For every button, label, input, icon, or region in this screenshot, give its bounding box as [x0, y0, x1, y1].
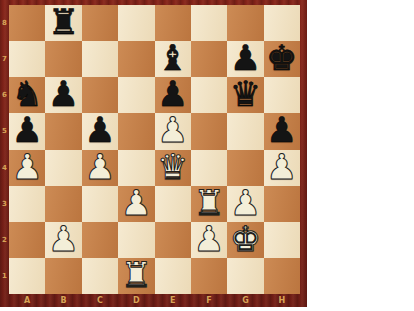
square-g5[interactable] [227, 113, 263, 149]
rank-labels: 87654321 [0, 5, 9, 294]
square-e6[interactable]: ♟ [155, 77, 191, 113]
white-rook[interactable]: ♜ [121, 257, 152, 293]
square-b8[interactable]: ♜ [45, 5, 81, 41]
square-e1[interactable] [155, 258, 191, 294]
square-e8[interactable] [155, 5, 191, 41]
white-pawn[interactable]: ♟ [121, 185, 152, 221]
square-a2[interactable] [9, 222, 45, 258]
square-e4[interactable]: ♛ [155, 150, 191, 186]
white-pawn[interactable]: ♟ [157, 112, 188, 148]
white-rook[interactable]: ♜ [193, 185, 224, 221]
black-pawn[interactable]: ♟ [230, 40, 261, 76]
square-d6[interactable] [118, 77, 154, 113]
square-d3[interactable]: ♟ [118, 186, 154, 222]
square-a7[interactable] [9, 41, 45, 77]
square-g1[interactable] [227, 258, 263, 294]
file-labels: ABCDEFGH [9, 294, 300, 307]
white-pawn[interactable]: ♟ [230, 185, 261, 221]
square-h1[interactable] [264, 258, 300, 294]
square-f3[interactable]: ♜ [191, 186, 227, 222]
square-c3[interactable] [82, 186, 118, 222]
square-f4[interactable] [191, 150, 227, 186]
square-f7[interactable] [191, 41, 227, 77]
black-knight[interactable]: ♞ [11, 76, 42, 112]
rank-label-5: 5 [0, 113, 9, 149]
square-a8[interactable] [9, 5, 45, 41]
square-a4[interactable]: ♟ [9, 150, 45, 186]
square-d2[interactable] [118, 222, 154, 258]
square-d4[interactable] [118, 150, 154, 186]
square-g3[interactable]: ♟ [227, 186, 263, 222]
black-pawn[interactable]: ♟ [84, 112, 115, 148]
square-a5[interactable]: ♟ [9, 113, 45, 149]
file-label-h: H [264, 294, 300, 307]
rank-label-7: 7 [0, 41, 9, 77]
square-h7[interactable]: ♚ [264, 41, 300, 77]
rank-label-1: 1 [0, 258, 9, 294]
white-pawn[interactable]: ♟ [11, 149, 42, 185]
square-g7[interactable]: ♟ [227, 41, 263, 77]
square-b7[interactable] [45, 41, 81, 77]
square-a1[interactable] [9, 258, 45, 294]
square-h8[interactable] [264, 5, 300, 41]
white-king[interactable]: ♚ [230, 221, 261, 257]
square-c4[interactable]: ♟ [82, 150, 118, 186]
rank-label-2: 2 [0, 222, 9, 258]
white-pawn[interactable]: ♟ [84, 149, 115, 185]
file-label-d: D [118, 294, 154, 307]
square-c2[interactable] [82, 222, 118, 258]
square-h2[interactable] [264, 222, 300, 258]
square-f1[interactable] [191, 258, 227, 294]
white-queen[interactable]: ♛ [157, 149, 188, 185]
square-b6[interactable]: ♟ [45, 77, 81, 113]
square-g4[interactable] [227, 150, 263, 186]
rank-label-6: 6 [0, 77, 9, 113]
black-queen[interactable]: ♛ [230, 76, 261, 112]
square-f2[interactable]: ♟ [191, 222, 227, 258]
black-pawn[interactable]: ♟ [157, 76, 188, 112]
square-h3[interactable] [264, 186, 300, 222]
black-bishop[interactable]: ♝ [157, 40, 188, 76]
square-g2[interactable]: ♚ [227, 222, 263, 258]
rank-label-4: 4 [0, 150, 9, 186]
square-f8[interactable] [191, 5, 227, 41]
black-rook[interactable]: ♜ [48, 4, 79, 40]
square-d8[interactable] [118, 5, 154, 41]
white-pawn[interactable]: ♟ [48, 221, 79, 257]
square-h5[interactable]: ♟ [264, 113, 300, 149]
square-h6[interactable] [264, 77, 300, 113]
square-g6[interactable]: ♛ [227, 77, 263, 113]
square-d5[interactable] [118, 113, 154, 149]
white-pawn[interactable]: ♟ [266, 149, 297, 185]
square-b5[interactable] [45, 113, 81, 149]
square-c1[interactable] [82, 258, 118, 294]
square-e3[interactable] [155, 186, 191, 222]
square-h4[interactable]: ♟ [264, 150, 300, 186]
square-f6[interactable] [191, 77, 227, 113]
square-c5[interactable]: ♟ [82, 113, 118, 149]
file-label-b: B [45, 294, 81, 307]
square-c8[interactable] [82, 5, 118, 41]
square-e2[interactable] [155, 222, 191, 258]
black-pawn[interactable]: ♟ [48, 76, 79, 112]
square-c6[interactable] [82, 77, 118, 113]
square-a6[interactable]: ♞ [9, 77, 45, 113]
chess-board-screenshot: 87654321 ♜♝♟♚♞♟♟♛♟♟♟♟♟♟♛♟♟♜♟♟♟♚♜ ABCDEFG… [0, 0, 414, 311]
board-frame: 87654321 ♜♝♟♚♞♟♟♛♟♟♟♟♟♟♛♟♟♜♟♟♟♚♜ ABCDEFG… [0, 0, 307, 307]
rank-label-8: 8 [0, 5, 9, 41]
black-king[interactable]: ♚ [266, 40, 297, 76]
square-d7[interactable] [118, 41, 154, 77]
square-b2[interactable]: ♟ [45, 222, 81, 258]
square-d1[interactable]: ♜ [118, 258, 154, 294]
square-c7[interactable] [82, 41, 118, 77]
file-label-a: A [9, 294, 45, 307]
file-label-e: E [155, 294, 191, 307]
square-b3[interactable] [45, 186, 81, 222]
file-label-g: G [227, 294, 263, 307]
square-b4[interactable] [45, 150, 81, 186]
chess-board: ♜♝♟♚♞♟♟♛♟♟♟♟♟♟♛♟♟♜♟♟♟♚♜ [9, 5, 300, 294]
square-g8[interactable] [227, 5, 263, 41]
rank-label-3: 3 [0, 186, 9, 222]
file-label-f: F [191, 294, 227, 307]
square-f5[interactable] [191, 113, 227, 149]
file-label-c: C [82, 294, 118, 307]
black-pawn[interactable]: ♟ [11, 112, 42, 148]
square-e5[interactable]: ♟ [155, 113, 191, 149]
black-pawn[interactable]: ♟ [266, 112, 297, 148]
square-b1[interactable] [45, 258, 81, 294]
square-a3[interactable] [9, 186, 45, 222]
square-e7[interactable]: ♝ [155, 41, 191, 77]
white-pawn[interactable]: ♟ [193, 221, 224, 257]
